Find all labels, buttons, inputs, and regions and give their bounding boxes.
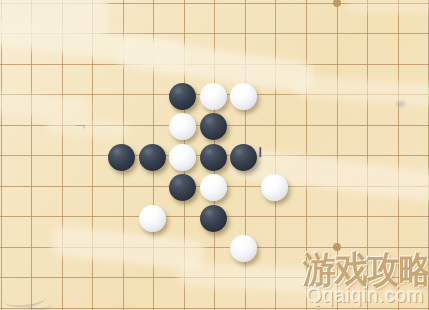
grid-line-vertical [92,0,93,310]
white-stone [200,83,227,110]
blur-smudge [0,91,93,122]
grid-line-vertical [123,0,124,310]
grid-line-vertical [153,0,154,310]
grid-line-vertical [184,0,185,310]
blur-smudge [46,117,129,139]
grid-line-horizontal [0,155,429,156]
blurred-scribble [396,101,405,107]
grid-line-horizontal [0,3,429,4]
grid-line-vertical [214,0,215,310]
grid-line-vertical [275,0,276,310]
grid-line-horizontal [0,33,429,34]
blur-smudge [117,37,314,94]
grid-line-horizontal [0,94,429,95]
grid-line-horizontal [0,64,429,65]
blurred-scribble [26,299,52,310]
blurred-scribble: ¬ [75,119,86,132]
grid-line-vertical [245,0,246,310]
gomoku-screenshot: ❙ ¬ 游戏攻略 Qqaiqin.com [0,0,429,310]
white-stone [169,144,196,171]
black-stone [169,174,196,201]
grid-line-vertical [62,0,63,310]
black-stone [108,144,135,171]
black-stone [200,144,227,171]
grid-line-horizontal [0,186,429,187]
blur-smudge [227,147,429,203]
blur-smudge [294,75,429,107]
white-stone [139,205,166,232]
black-stone [230,144,257,171]
blur-smudge [51,225,205,271]
black-stone [200,113,227,140]
white-stone [230,235,257,262]
white-stone [261,174,288,201]
grid-line-vertical [31,0,32,310]
black-stone [169,83,196,110]
white-stone [230,83,257,110]
board-surface[interactable]: ❙ ¬ 游戏攻略 Qqaiqin.com [0,0,429,310]
cursor-tick-artifact: ❙ [256,147,264,157]
blur-smudge [0,0,108,34]
grid-line-horizontal [0,308,429,309]
black-stone [139,144,166,171]
grid-line-horizontal [0,125,429,126]
grid-line-vertical [1,0,2,310]
white-stone [200,174,227,201]
blurred-scribble [3,290,46,309]
star-point [333,0,341,7]
black-stone [200,205,227,232]
grid-line-horizontal [0,216,429,217]
white-stone [169,113,196,140]
watermark-site-url: Qqaiqin.com [306,284,424,307]
blur-smudge [348,0,429,13]
blur-smudge [0,18,186,69]
